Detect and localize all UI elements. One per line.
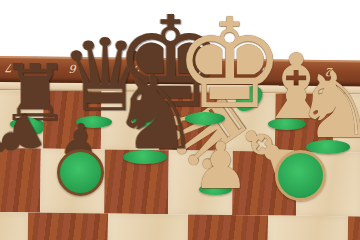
dark-pawn-fallen-left[interactable]: ♟ [0,110,42,168]
board-square-r2c2[interactable] [27,212,108,240]
board-square-r2c5[interactable] [267,215,348,240]
felt-base-facing-camera [57,149,104,196]
light-knight-standing[interactable]: ♞ [294,60,360,152]
board-square-r2c1[interactable] [0,211,28,240]
board-square-r2c3[interactable] [107,213,188,240]
board-row-2 [0,212,360,240]
dark-knight-icon: ♞ [110,62,201,164]
photo-stage: 765432 ♜♛♚♟♛♚♞♝♞♟♟♝ [0,0,360,240]
board-square-r2c6[interactable] [347,216,360,240]
light-knight-icon: ♞ [294,60,360,152]
dark-knight-standing[interactable]: ♞ [110,62,201,164]
felt-base-facing-camera [275,150,326,201]
board-square-r2c4[interactable] [187,214,268,240]
